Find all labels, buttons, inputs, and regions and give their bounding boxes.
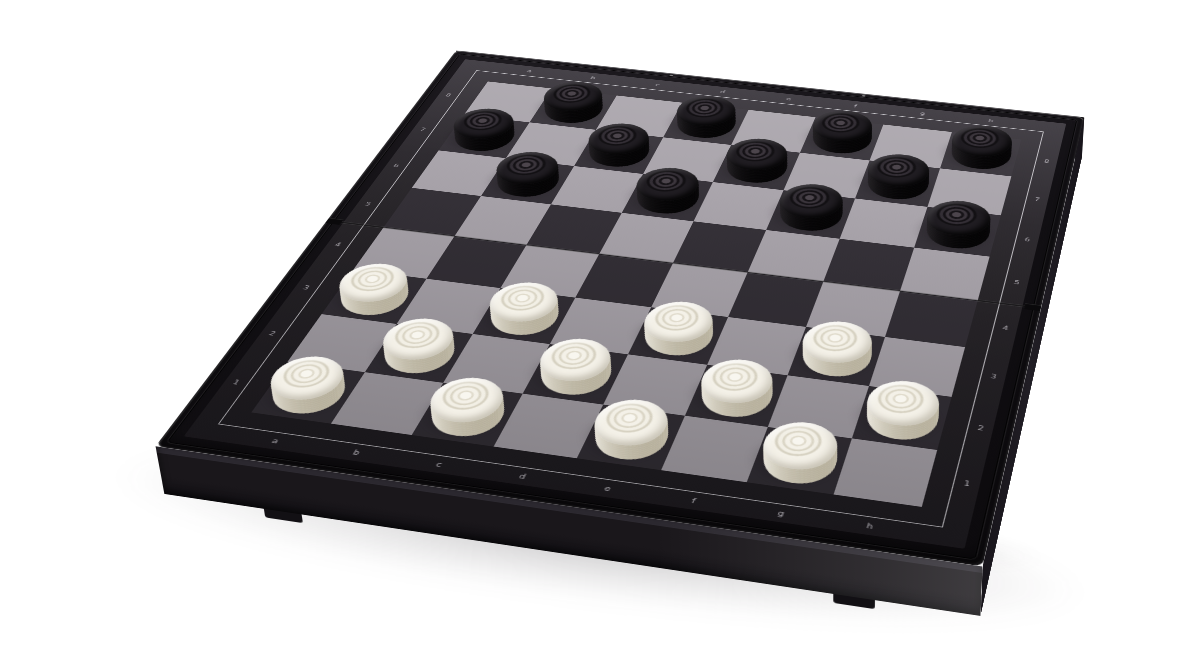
coord-file-top-f: f xyxy=(848,103,862,110)
checker-white-g1[interactable] xyxy=(747,427,852,495)
coord-file-top-h: h xyxy=(984,117,998,124)
checker-white-a3[interactable] xyxy=(322,269,427,324)
checker-white-e3[interactable] xyxy=(628,307,728,365)
checker-white-a1[interactable] xyxy=(251,362,365,424)
board-box: aabbccddeeffgghh1122334455667788 xyxy=(156,50,1085,566)
checker-white-d2[interactable] xyxy=(523,344,628,404)
checker-white-c3[interactable] xyxy=(473,288,576,344)
checker-white-h2[interactable] xyxy=(852,386,952,450)
checker-white-f2[interactable] xyxy=(685,365,788,427)
checker-white-c1[interactable] xyxy=(412,383,523,447)
checker-white-b2[interactable] xyxy=(365,324,473,383)
coord-file-top-e: e xyxy=(781,96,795,103)
checker-white-e1[interactable] xyxy=(577,405,685,471)
coord-file-top-g: g xyxy=(916,110,930,117)
scene: aabbccddeeffgghh1122334455667788 xyxy=(0,0,1200,648)
checker-white-g3[interactable] xyxy=(788,327,885,386)
hinge-highlight-icon xyxy=(862,95,866,97)
coord-file-top-d: d xyxy=(715,89,730,95)
